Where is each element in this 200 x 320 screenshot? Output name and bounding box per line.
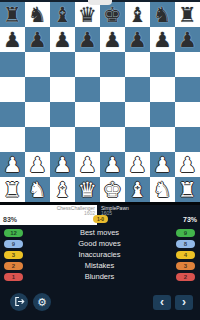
stat-row-good-moves: 9 Good moves 8	[0, 238, 200, 249]
white-inaccuracies-count: 3	[4, 251, 23, 259]
stat-row-blunders: 1 Blunders 2	[0, 271, 200, 282]
square-h8[interactable]: ♜	[175, 2, 200, 27]
black-king: ♚	[103, 2, 122, 27]
black-knight: ♞	[153, 2, 172, 27]
blunders-label: Blunders	[23, 272, 176, 281]
toolbar-right-group: ‹ ›	[153, 295, 200, 310]
square-a8[interactable]: ♜	[0, 2, 25, 27]
white-pawn: ♟	[128, 152, 147, 177]
white-knight: ♞	[28, 177, 47, 202]
square-c8[interactable]: ♝	[50, 2, 75, 27]
square-f3[interactable]	[125, 127, 150, 152]
square-d8[interactable]: ♛	[75, 2, 100, 27]
black-pawn: ♟	[153, 27, 172, 52]
white-pawn: ♟	[153, 152, 172, 177]
black-pawn: ♟	[28, 27, 47, 52]
square-h3[interactable]	[175, 127, 200, 152]
square-g7[interactable]: ♟	[150, 27, 175, 52]
square-b8[interactable]: ♞	[25, 2, 50, 27]
inaccuracies-label: Inaccuracies	[23, 250, 176, 259]
black-pawn: ♟	[128, 27, 147, 52]
square-d3[interactable]	[75, 127, 100, 152]
next-move-button[interactable]: ›	[175, 295, 193, 310]
square-g6[interactable]	[150, 52, 175, 77]
square-c4[interactable]	[50, 102, 75, 127]
black-knight: ♞	[28, 2, 47, 27]
square-c7[interactable]: ♟	[50, 27, 75, 52]
square-c2[interactable]: ♟	[50, 152, 75, 177]
square-g5[interactable]	[150, 77, 175, 102]
square-d5[interactable]	[75, 77, 100, 102]
black-inaccuracies-count: 4	[176, 251, 195, 259]
square-g8[interactable]: ♞	[150, 2, 175, 27]
square-b4[interactable]	[25, 102, 50, 127]
white-pawn: ♟	[53, 152, 72, 177]
square-b5[interactable]	[25, 77, 50, 102]
square-e7[interactable]: ♟	[100, 27, 125, 52]
exit-button[interactable]	[10, 293, 28, 311]
square-f7[interactable]: ♟	[125, 27, 150, 52]
black-good-moves-count: 8	[176, 240, 195, 248]
square-f2[interactable]: ♟	[125, 152, 150, 177]
white-bishop: ♝	[53, 177, 72, 202]
black-pawn: ♟	[3, 27, 22, 52]
square-c1[interactable]: ♝	[50, 177, 75, 202]
white-accuracy-percent: 83%	[3, 216, 17, 223]
white-pawn: ♟	[178, 152, 197, 177]
square-c6[interactable]	[50, 52, 75, 77]
exit-icon	[14, 295, 25, 310]
square-b1[interactable]: ♞	[25, 177, 50, 202]
square-g2[interactable]: ♟	[150, 152, 175, 177]
result-badge: 1-0	[93, 215, 108, 223]
square-b7[interactable]: ♟	[25, 27, 50, 52]
black-bishop: ♝	[53, 2, 72, 27]
square-a7[interactable]: ♟	[0, 27, 25, 52]
gear-icon: ⚙	[37, 297, 47, 308]
white-pawn: ♟	[3, 152, 22, 177]
white-pawn: ♟	[78, 152, 97, 177]
square-d4[interactable]	[75, 102, 100, 127]
black-bishop: ♝	[128, 2, 147, 27]
square-e8[interactable]: ♚	[100, 2, 125, 27]
square-d1[interactable]: ♛	[75, 177, 100, 202]
square-e6[interactable]	[100, 52, 125, 77]
black-blunders-count: 2	[176, 273, 195, 281]
square-e4[interactable]	[100, 102, 125, 127]
square-e2[interactable]: ♟	[100, 152, 125, 177]
white-player-rating: 1602	[57, 211, 95, 216]
good-moves-label: Good moves	[23, 239, 176, 248]
square-a6[interactable]	[0, 52, 25, 77]
chess-review-screen: ♜♞♝♛♚♝♞♜♟♟♟♟♟♟♟♟♟♟♟♟♟♟♟♟♜♞♝♛♚♝♞♜ ChessCh…	[0, 0, 200, 320]
square-g4[interactable]	[150, 102, 175, 127]
black-pawn: ♟	[78, 27, 97, 52]
square-f6[interactable]	[125, 52, 150, 77]
white-rook: ♜	[178, 177, 197, 202]
square-e3[interactable]	[100, 127, 125, 152]
black-pawn: ♟	[103, 27, 122, 52]
square-h5[interactable]	[175, 77, 200, 102]
settings-button[interactable]: ⚙	[33, 293, 51, 311]
black-player: SimplePawn 1605	[101, 206, 129, 215]
square-a1[interactable]: ♜	[0, 177, 25, 202]
square-h4[interactable]	[175, 102, 200, 127]
square-h2[interactable]: ♟	[175, 152, 200, 177]
square-b3[interactable]	[25, 127, 50, 152]
square-b6[interactable]	[25, 52, 50, 77]
black-best-moves-count: 9	[176, 229, 195, 237]
square-h7[interactable]: ♟	[175, 27, 200, 52]
square-c5[interactable]	[50, 77, 75, 102]
previous-move-button[interactable]: ‹	[153, 295, 171, 310]
square-d7[interactable]: ♟	[75, 27, 100, 52]
black-pawn: ♟	[178, 27, 197, 52]
square-g1[interactable]: ♞	[150, 177, 175, 202]
black-accuracy-percent: 73%	[183, 216, 197, 223]
square-f4[interactable]	[125, 102, 150, 127]
black-rook: ♜	[178, 2, 197, 27]
chevron-left-icon: ‹	[160, 296, 164, 308]
white-bishop: ♝	[128, 177, 147, 202]
square-e5[interactable]	[100, 77, 125, 102]
sheet-handle[interactable]	[88, 0, 112, 5]
square-e1[interactable]: ♚	[100, 177, 125, 202]
black-mistakes-count: 3	[176, 262, 195, 270]
white-pawn: ♟	[28, 152, 47, 177]
best-moves-label: Best moves	[23, 228, 176, 237]
white-queen: ♛	[78, 177, 97, 202]
square-d2[interactable]: ♟	[75, 152, 100, 177]
white-knight: ♞	[153, 177, 172, 202]
toolbar-left-group: ⚙	[0, 293, 51, 311]
white-rook: ♜	[3, 177, 22, 202]
square-h1[interactable]: ♜	[175, 177, 200, 202]
square-a5[interactable]	[0, 77, 25, 102]
chess-board: ♜♞♝♛♚♝♞♜♟♟♟♟♟♟♟♟♟♟♟♟♟♟♟♟♜♞♝♛♚♝♞♜	[0, 2, 200, 202]
white-mistakes-count: 2	[4, 262, 23, 270]
mistakes-label: Mistakes	[23, 261, 176, 270]
square-a4[interactable]	[0, 102, 25, 127]
square-h6[interactable]	[175, 52, 200, 77]
square-a3[interactable]	[0, 127, 25, 152]
white-pawn: ♟	[103, 152, 122, 177]
square-b2[interactable]: ♟	[25, 152, 50, 177]
white-best-moves-count: 12	[4, 229, 23, 237]
stat-row-inaccuracies: 3 Inaccuracies 4	[0, 249, 200, 260]
chevron-right-icon: ›	[182, 296, 186, 308]
square-g3[interactable]	[150, 127, 175, 152]
bottom-toolbar: ⚙ ‹ ›	[0, 286, 200, 318]
black-pawn: ♟	[53, 27, 72, 52]
black-queen: ♛	[78, 2, 97, 27]
white-blunders-count: 1	[4, 273, 23, 281]
square-f1[interactable]: ♝	[125, 177, 150, 202]
white-player: ChessChallenger 1602	[57, 206, 95, 215]
black-rook: ♜	[3, 2, 22, 27]
square-c3[interactable]	[50, 127, 75, 152]
square-d6[interactable]	[75, 52, 100, 77]
square-f5[interactable]	[125, 77, 150, 102]
stat-row-mistakes: 2 Mistakes 3	[0, 260, 200, 271]
accuracy-bar: ChessChallenger 1602 SimplePawn 1605 83%…	[0, 205, 200, 225]
white-good-moves-count: 9	[4, 240, 23, 248]
stat-row-best-moves: 12 Best moves 9	[0, 227, 200, 238]
white-king: ♚	[103, 177, 122, 202]
move-quality-stats: 12 Best moves 9 9 Good moves 8 3 Inaccur…	[0, 225, 200, 282]
square-f8[interactable]: ♝	[125, 2, 150, 27]
square-a2[interactable]: ♟	[0, 152, 25, 177]
